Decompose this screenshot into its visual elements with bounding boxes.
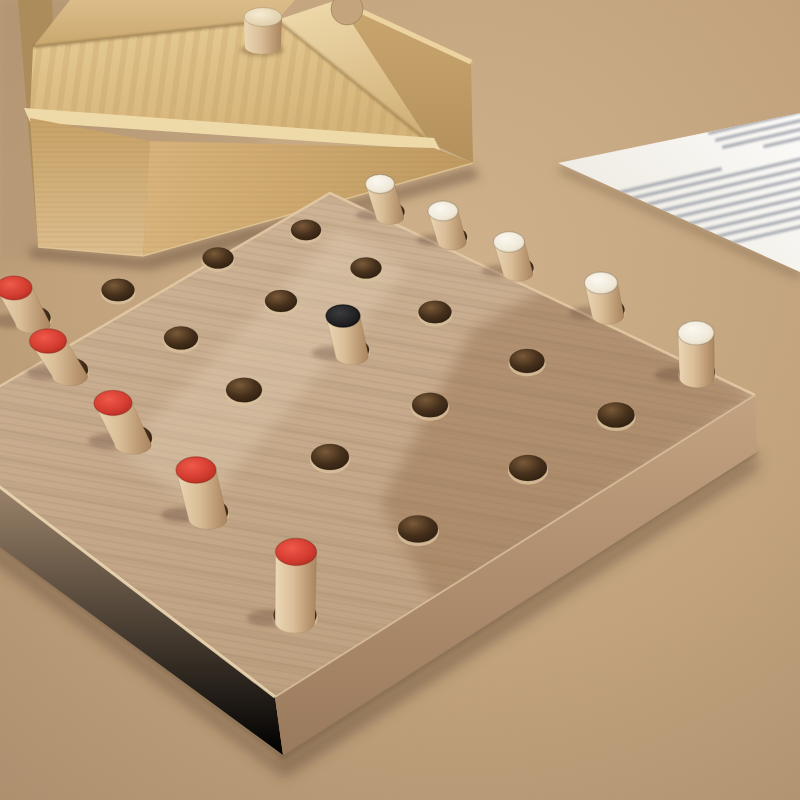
peg-top-white	[428, 201, 458, 221]
hole-opening	[226, 378, 262, 402]
peg-top-white	[494, 232, 525, 252]
hole-a4[interactable]	[290, 220, 322, 244]
hole-opening	[265, 290, 297, 312]
hole-opening	[510, 349, 545, 373]
peg-top-white	[678, 321, 714, 345]
hole-b2[interactable]	[163, 326, 199, 353]
hole-b4[interactable]	[350, 257, 383, 281]
hole-opening	[311, 444, 349, 470]
hole-c4[interactable]	[418, 301, 453, 327]
hole-opening	[412, 393, 448, 417]
hole-d3[interactable]	[411, 393, 449, 421]
loose-peg-top	[244, 8, 282, 27]
peg-top-red	[30, 329, 67, 353]
hole-a2[interactable]	[101, 279, 136, 305]
hole-b3[interactable]	[264, 290, 298, 315]
hole-d2[interactable]	[310, 444, 350, 473]
peg-top-red	[0, 276, 32, 300]
hole-opening	[203, 247, 234, 268]
hole-opening	[419, 301, 452, 323]
peg-top-red	[94, 390, 132, 415]
hole-e2[interactable]	[397, 515, 439, 546]
hole-d4[interactable]	[508, 349, 545, 376]
hole-opening	[291, 220, 321, 240]
hole-e4[interactable]	[596, 402, 635, 431]
peg-top-white	[585, 272, 618, 294]
scene-svg	[0, 0, 800, 800]
peg-top-red	[276, 538, 317, 565]
hole-a3[interactable]	[202, 247, 235, 271]
scene	[0, 0, 800, 800]
loose-peg-in-box[interactable]	[240, 8, 284, 57]
peg-top-black	[326, 305, 360, 327]
hole-e3[interactable]	[508, 455, 548, 484]
hole-opening	[102, 279, 135, 301]
peg-top-red	[176, 457, 216, 483]
hole-opening	[398, 515, 438, 542]
hole-opening	[351, 257, 382, 278]
hole-opening	[164, 326, 198, 349]
hole-opening	[509, 455, 547, 481]
peg-top-white	[366, 174, 395, 193]
hole-opening	[598, 402, 635, 427]
hole-c2[interactable]	[225, 378, 263, 406]
box-front-left-grain	[30, 118, 150, 256]
